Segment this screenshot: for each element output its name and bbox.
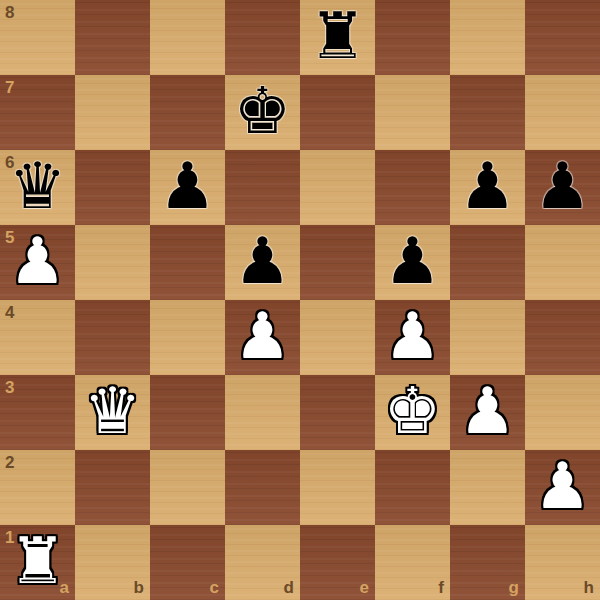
square-f5[interactable]: ♟	[375, 225, 450, 300]
square-a5[interactable]: 5♟	[0, 225, 75, 300]
square-a8[interactable]: 8	[0, 0, 75, 75]
square-e6[interactable]	[300, 150, 375, 225]
square-e8[interactable]: ♜	[300, 0, 375, 75]
square-b1[interactable]: b	[75, 525, 150, 600]
square-e3[interactable]	[300, 375, 375, 450]
square-d3[interactable]	[225, 375, 300, 450]
square-h5[interactable]	[525, 225, 600, 300]
square-e7[interactable]	[300, 75, 375, 150]
square-f4[interactable]: ♟	[375, 300, 450, 375]
square-h2[interactable]: ♟	[525, 450, 600, 525]
square-f1[interactable]: f	[375, 525, 450, 600]
square-b7[interactable]	[75, 75, 150, 150]
square-e1[interactable]: e	[300, 525, 375, 600]
square-b6[interactable]	[75, 150, 150, 225]
file-label-d: d	[284, 579, 294, 596]
piece-white-queen-b3[interactable]: ♛	[84, 379, 141, 443]
square-f3[interactable]: ♚	[375, 375, 450, 450]
square-g1[interactable]: g	[450, 525, 525, 600]
square-c8[interactable]	[150, 0, 225, 75]
square-h8[interactable]	[525, 0, 600, 75]
square-b5[interactable]	[75, 225, 150, 300]
piece-white-pawn-h2[interactable]: ♟	[534, 454, 591, 518]
piece-black-pawn-c6[interactable]: ♟	[159, 154, 216, 218]
square-b3[interactable]: ♛	[75, 375, 150, 450]
piece-white-pawn-d4[interactable]: ♟	[234, 304, 291, 368]
file-label-g: g	[509, 579, 519, 596]
piece-black-king-d7[interactable]: ♚	[234, 79, 291, 143]
piece-white-rook-a1[interactable]: ♜	[9, 529, 66, 593]
square-a6[interactable]: 6♛	[0, 150, 75, 225]
piece-black-pawn-f5[interactable]: ♟	[384, 229, 441, 293]
square-a3[interactable]: 3	[0, 375, 75, 450]
piece-black-queen-a6[interactable]: ♛	[9, 154, 66, 218]
piece-black-pawn-d5[interactable]: ♟	[234, 229, 291, 293]
square-h6[interactable]: ♟	[525, 150, 600, 225]
rank-label-4: 4	[5, 304, 14, 321]
square-d5[interactable]: ♟	[225, 225, 300, 300]
square-h7[interactable]	[525, 75, 600, 150]
square-d8[interactable]	[225, 0, 300, 75]
file-label-h: h	[584, 579, 594, 596]
square-b8[interactable]	[75, 0, 150, 75]
square-g7[interactable]	[450, 75, 525, 150]
square-f8[interactable]	[375, 0, 450, 75]
rank-label-2: 2	[5, 454, 14, 471]
file-label-b: b	[134, 579, 144, 596]
square-d2[interactable]	[225, 450, 300, 525]
piece-white-pawn-g3[interactable]: ♟	[459, 379, 516, 443]
square-a7[interactable]: 7	[0, 75, 75, 150]
square-a2[interactable]: 2	[0, 450, 75, 525]
square-c3[interactable]	[150, 375, 225, 450]
square-f2[interactable]	[375, 450, 450, 525]
square-d4[interactable]: ♟	[225, 300, 300, 375]
chess-board: 8♜7♚6♛♟♟♟5♟♟♟4♟♟3♛♚♟2♟1a♜bcdefgh	[0, 0, 600, 600]
rank-label-3: 3	[5, 379, 14, 396]
square-h3[interactable]	[525, 375, 600, 450]
piece-black-pawn-g6[interactable]: ♟	[459, 154, 516, 218]
square-h4[interactable]	[525, 300, 600, 375]
square-d7[interactable]: ♚	[225, 75, 300, 150]
square-b4[interactable]	[75, 300, 150, 375]
square-d1[interactable]: d	[225, 525, 300, 600]
square-c6[interactable]: ♟	[150, 150, 225, 225]
square-c5[interactable]	[150, 225, 225, 300]
square-d6[interactable]	[225, 150, 300, 225]
square-g3[interactable]: ♟	[450, 375, 525, 450]
square-a1[interactable]: 1a♜	[0, 525, 75, 600]
square-g2[interactable]	[450, 450, 525, 525]
file-label-f: f	[438, 579, 444, 596]
square-c4[interactable]	[150, 300, 225, 375]
piece-white-pawn-f4[interactable]: ♟	[384, 304, 441, 368]
square-f7[interactable]	[375, 75, 450, 150]
square-a4[interactable]: 4	[0, 300, 75, 375]
file-label-e: e	[360, 579, 369, 596]
square-g6[interactable]: ♟	[450, 150, 525, 225]
piece-white-pawn-a5[interactable]: ♟	[9, 229, 66, 293]
square-g8[interactable]	[450, 0, 525, 75]
square-e2[interactable]	[300, 450, 375, 525]
square-c7[interactable]	[150, 75, 225, 150]
square-h1[interactable]: h	[525, 525, 600, 600]
square-c2[interactable]	[150, 450, 225, 525]
square-c1[interactable]: c	[150, 525, 225, 600]
rank-label-8: 8	[5, 4, 14, 21]
square-e5[interactable]	[300, 225, 375, 300]
square-b2[interactable]	[75, 450, 150, 525]
file-label-c: c	[210, 579, 219, 596]
piece-white-king-f3[interactable]: ♚	[384, 379, 441, 443]
square-f6[interactable]	[375, 150, 450, 225]
square-e4[interactable]	[300, 300, 375, 375]
rank-label-7: 7	[5, 79, 14, 96]
piece-black-pawn-h6[interactable]: ♟	[534, 154, 591, 218]
piece-black-rook-e8[interactable]: ♜	[309, 4, 366, 68]
square-g4[interactable]	[450, 300, 525, 375]
square-g5[interactable]	[450, 225, 525, 300]
